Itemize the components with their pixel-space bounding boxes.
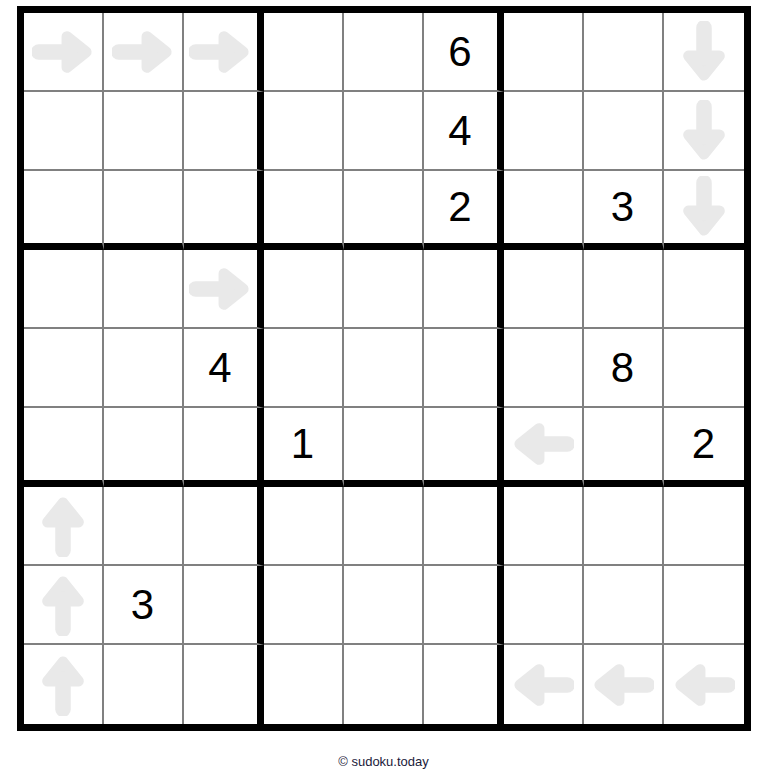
- cell-r8c6[interactable]: [424, 566, 504, 645]
- cell-r1c6[interactable]: 6: [424, 13, 504, 92]
- cell-r9c4[interactable]: [264, 645, 344, 724]
- cell-r7c4[interactable]: [264, 487, 344, 566]
- cell-r9c5[interactable]: [344, 645, 424, 724]
- cell-r2c9[interactable]: [664, 92, 744, 171]
- cell-r4c5[interactable]: [344, 250, 424, 329]
- cell-r4c3[interactable]: [184, 250, 264, 329]
- cell-r4c9[interactable]: [664, 250, 744, 329]
- arrow-up-icon: [32, 495, 94, 557]
- cell-r8c4[interactable]: [264, 566, 344, 645]
- cell-r4c7[interactable]: [504, 250, 584, 329]
- given-digit: 6: [448, 31, 471, 73]
- arrow-down-icon: [673, 21, 735, 83]
- cell-r9c1[interactable]: [24, 645, 104, 724]
- cell-r4c4[interactable]: [264, 250, 344, 329]
- arrow-up-icon: [32, 574, 94, 636]
- cell-r6c6[interactable]: [424, 408, 504, 487]
- cell-r1c8[interactable]: [584, 13, 664, 92]
- cell-r5c9[interactable]: [664, 329, 744, 408]
- cell-r7c7[interactable]: [504, 487, 584, 566]
- cell-r7c2[interactable]: [104, 487, 184, 566]
- cell-r1c1[interactable]: [24, 13, 104, 92]
- copyright-footer: © sudoku.today: [0, 754, 767, 769]
- cell-r8c8[interactable]: [584, 566, 664, 645]
- arrow-down-icon: [673, 100, 735, 162]
- cell-r3c7[interactable]: [504, 171, 584, 250]
- cell-r3c5[interactable]: [344, 171, 424, 250]
- cell-r4c8[interactable]: [584, 250, 664, 329]
- cell-r2c2[interactable]: [104, 92, 184, 171]
- cell-r6c3[interactable]: [184, 408, 264, 487]
- cell-r6c9[interactable]: 2: [664, 408, 744, 487]
- cell-r5c6[interactable]: [424, 329, 504, 408]
- cell-r9c3[interactable]: [184, 645, 264, 724]
- cell-r7c8[interactable]: [584, 487, 664, 566]
- cell-r2c3[interactable]: [184, 92, 264, 171]
- cell-r9c2[interactable]: [104, 645, 184, 724]
- cell-r8c2[interactable]: 3: [104, 566, 184, 645]
- cell-r3c3[interactable]: [184, 171, 264, 250]
- arrow-right-icon: [189, 258, 251, 320]
- arrow-right-icon: [32, 21, 94, 83]
- cell-r3c6[interactable]: 2: [424, 171, 504, 250]
- cell-r2c4[interactable]: [264, 92, 344, 171]
- given-digit: 2: [692, 423, 715, 465]
- cell-r9c7[interactable]: [504, 645, 584, 724]
- cell-r5c4[interactable]: [264, 329, 344, 408]
- given-digit: 1: [291, 423, 314, 465]
- cell-r7c3[interactable]: [184, 487, 264, 566]
- cell-r1c2[interactable]: [104, 13, 184, 92]
- cell-r9c8[interactable]: [584, 645, 664, 724]
- cell-r3c4[interactable]: [264, 171, 344, 250]
- cell-r7c5[interactable]: [344, 487, 424, 566]
- cell-r3c2[interactable]: [104, 171, 184, 250]
- arrow-down-icon: [673, 176, 735, 238]
- cell-r6c5[interactable]: [344, 408, 424, 487]
- cell-r2c8[interactable]: [584, 92, 664, 171]
- cell-r4c6[interactable]: [424, 250, 504, 329]
- cell-r6c2[interactable]: [104, 408, 184, 487]
- arrow-right-icon: [189, 21, 251, 83]
- cell-r1c7[interactable]: [504, 13, 584, 92]
- cell-r2c1[interactable]: [24, 92, 104, 171]
- cell-r3c1[interactable]: [24, 171, 104, 250]
- cell-r1c3[interactable]: [184, 13, 264, 92]
- cell-r2c6[interactable]: 4: [424, 92, 504, 171]
- cell-r5c2[interactable]: [104, 329, 184, 408]
- arrow-up-icon: [32, 654, 94, 716]
- cell-r6c7[interactable]: [504, 408, 584, 487]
- cell-r4c1[interactable]: [24, 250, 104, 329]
- cell-r9c6[interactable]: [424, 645, 504, 724]
- given-digit: 3: [611, 186, 634, 228]
- copyright-text: © sudoku.today: [338, 754, 429, 769]
- cell-r5c1[interactable]: [24, 329, 104, 408]
- cell-r8c9[interactable]: [664, 566, 744, 645]
- cell-r5c5[interactable]: [344, 329, 424, 408]
- arrow-left-icon: [592, 654, 654, 716]
- given-digit: 4: [208, 347, 231, 389]
- cell-r5c8[interactable]: 8: [584, 329, 664, 408]
- cell-r7c9[interactable]: [664, 487, 744, 566]
- sudoku-board: 642348123: [17, 6, 751, 731]
- cell-r1c9[interactable]: [664, 13, 744, 92]
- cell-r1c5[interactable]: [344, 13, 424, 92]
- given-digit: 4: [448, 110, 471, 152]
- cell-r4c2[interactable]: [104, 250, 184, 329]
- cell-r8c1[interactable]: [24, 566, 104, 645]
- cell-r9c9[interactable]: [664, 645, 744, 724]
- arrow-left-icon: [673, 654, 735, 716]
- cell-r6c4[interactable]: 1: [264, 408, 344, 487]
- cell-r8c7[interactable]: [504, 566, 584, 645]
- cell-r2c7[interactable]: [504, 92, 584, 171]
- arrow-right-icon: [112, 21, 174, 83]
- cell-r5c7[interactable]: [504, 329, 584, 408]
- puzzle-page: 642348123 © sudoku.today: [0, 0, 767, 777]
- cell-r7c1[interactable]: [24, 487, 104, 566]
- arrow-left-icon: [512, 654, 574, 716]
- given-digit: 8: [611, 347, 634, 389]
- cell-r2c5[interactable]: [344, 92, 424, 171]
- cell-r6c8[interactable]: [584, 408, 664, 487]
- cell-r8c3[interactable]: [184, 566, 264, 645]
- arrow-left-icon: [512, 413, 574, 475]
- cell-r8c5[interactable]: [344, 566, 424, 645]
- cell-r5c3[interactable]: 4: [184, 329, 264, 408]
- given-digit: 2: [448, 186, 471, 228]
- cell-r3c8[interactable]: 3: [584, 171, 664, 250]
- cell-r1c4[interactable]: [264, 13, 344, 92]
- cell-r7c6[interactable]: [424, 487, 504, 566]
- cell-r6c1[interactable]: [24, 408, 104, 487]
- given-digit: 3: [131, 584, 154, 626]
- cell-r3c9[interactable]: [664, 171, 744, 250]
